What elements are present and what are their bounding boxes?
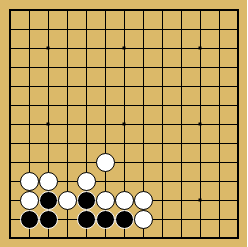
white-stone[interactable] [134,210,153,229]
white-stone[interactable] [115,191,134,210]
go-board [0,0,247,247]
black-stone[interactable] [77,191,96,210]
white-stone[interactable] [58,191,77,210]
stones-grid[interactable] [1,1,248,247]
white-stone[interactable] [20,191,39,210]
black-stone[interactable] [20,210,39,229]
black-stone[interactable] [77,210,96,229]
black-stone[interactable] [115,210,134,229]
black-stone[interactable] [39,191,58,210]
white-stone[interactable] [77,172,96,191]
white-stone[interactable] [96,191,115,210]
white-stone[interactable] [20,172,39,191]
white-stone[interactable] [39,172,58,191]
white-stone[interactable] [134,191,153,210]
white-stone[interactable] [96,153,115,172]
black-stone[interactable] [96,210,115,229]
black-stone[interactable] [39,210,58,229]
